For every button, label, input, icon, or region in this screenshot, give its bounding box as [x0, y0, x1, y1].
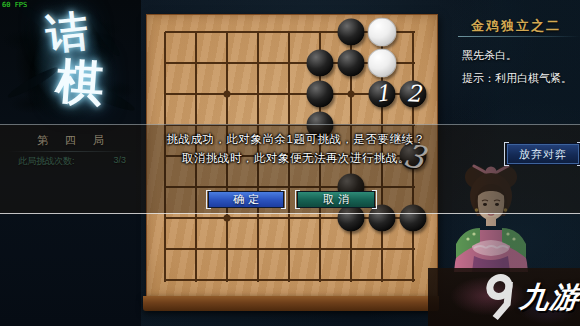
cancel-button[interactable]: 取消 — [297, 191, 375, 208]
grid-line — [165, 248, 415, 250]
move-number-label: 1 — [374, 82, 390, 105]
grid-line — [165, 279, 415, 281]
fps-counter: 60 FPS — [2, 1, 27, 9]
black-stone — [338, 19, 365, 46]
star-point — [224, 91, 231, 98]
move-number-label: 2 — [406, 82, 421, 105]
jiuyou-logo-icon — [486, 272, 518, 326]
white-stone — [368, 18, 397, 47]
bracket-ornament-icon — [281, 190, 286, 209]
star-point — [348, 91, 355, 98]
game-screen: 诘 棋 第 四 局 此局挑战次数: 3/3 60 FPS 123 — [0, 0, 580, 326]
dialog-message-line1: 挑战成功，此对象尚余1题可挑战，是否要继续？ — [150, 132, 442, 147]
logo-calligraphy-char-2: 棋 — [54, 56, 105, 107]
give-up-button[interactable]: 放弃对弈 — [506, 143, 580, 165]
bracket-ornament-icon — [295, 190, 300, 209]
confirm-button-label: 确定 — [229, 192, 263, 207]
ink-painting-logo-background: 诘 棋 — [0, 0, 141, 130]
bracket-ornament-icon — [206, 190, 211, 209]
puzzle-title: 金鸡独立之二 — [452, 17, 580, 35]
go-board-front-edge — [143, 296, 439, 311]
star-point — [224, 215, 231, 222]
dialog-message-line2: 取消挑战时，此对象便无法再次进行挑战。 — [150, 151, 442, 166]
puzzle-hint: 提示：利用白棋气紧。 — [462, 71, 578, 86]
bracket-ornament-icon — [372, 190, 377, 209]
black-stone: 2 — [400, 81, 427, 108]
bracket-ornament-icon — [504, 142, 509, 166]
logo-calligraphy-char-1: 诘 — [44, 10, 90, 56]
confirm-button[interactable]: 确定 — [208, 191, 284, 208]
black-stone — [338, 50, 365, 77]
puzzle-task: 黑先杀白。 — [462, 48, 517, 63]
title-underline — [458, 36, 580, 37]
black-stone — [307, 81, 334, 108]
black-stone — [307, 50, 334, 77]
white-stone — [368, 49, 397, 78]
black-stone: 1 — [369, 81, 396, 108]
cancel-button-label: 取消 — [319, 192, 353, 207]
watermark-banner: 九游 — [428, 268, 580, 326]
brush-stroke — [6, 64, 61, 101]
brush-stroke — [85, 11, 122, 59]
watermark-brand-text: 九游 — [518, 278, 580, 318]
give-up-button-label: 放弃对弈 — [519, 147, 567, 162]
